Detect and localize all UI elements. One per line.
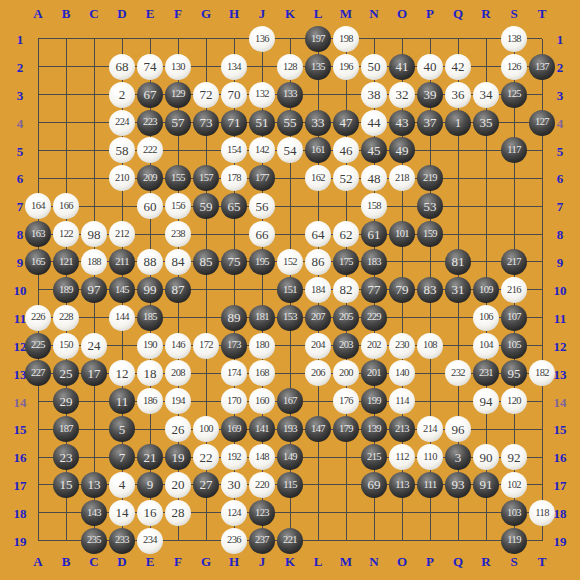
intersection-C12[interactable]: 24: [80, 332, 108, 360]
intersection-H7[interactable]: 65: [220, 192, 248, 220]
intersection-E6[interactable]: 209: [136, 164, 164, 192]
row-label-right-9[interactable]: 9: [557, 256, 564, 269]
intersection-K9[interactable]: 152: [276, 248, 304, 276]
intersection-Q16[interactable]: 3: [444, 443, 472, 471]
intersection-A13[interactable]: 227: [24, 360, 52, 388]
col-label-top-F[interactable]: F: [174, 7, 182, 20]
intersection-N8[interactable]: 61: [360, 220, 388, 248]
intersection-M9[interactable]: 175: [332, 248, 360, 276]
intersection-J6[interactable]: 177: [248, 164, 276, 192]
col-label-top-C[interactable]: C: [89, 7, 98, 20]
intersection-D16[interactable]: 7: [108, 443, 136, 471]
intersection-C1[interactable]: [80, 25, 108, 53]
intersection-J4[interactable]: 51: [248, 109, 276, 137]
intersection-S9[interactable]: 217: [500, 248, 528, 276]
intersection-B1[interactable]: [52, 25, 80, 53]
intersection-B15[interactable]: 187: [52, 415, 80, 443]
intersection-S4[interactable]: [500, 109, 528, 137]
intersection-O10[interactable]: 79: [388, 276, 416, 304]
intersection-L13[interactable]: 206: [304, 360, 332, 388]
intersection-N5[interactable]: 45: [360, 137, 388, 165]
intersection-J12[interactable]: 180: [248, 332, 276, 360]
intersection-J8[interactable]: 66: [248, 220, 276, 248]
intersection-N15[interactable]: 139: [360, 415, 388, 443]
intersection-L18[interactable]: [304, 499, 332, 527]
intersection-K5[interactable]: 54: [276, 137, 304, 165]
intersection-T18[interactable]: 118: [528, 499, 556, 527]
intersection-F8[interactable]: 238: [164, 220, 192, 248]
intersection-E15[interactable]: [136, 415, 164, 443]
intersection-M16[interactable]: [332, 443, 360, 471]
row-label-left-18[interactable]: 18: [14, 507, 27, 520]
intersection-O14[interactable]: 114: [388, 387, 416, 415]
intersection-N13[interactable]: 201: [360, 360, 388, 388]
intersection-Q13[interactable]: 232: [444, 360, 472, 388]
intersection-P4[interactable]: 37: [416, 109, 444, 137]
intersection-H2[interactable]: 134: [220, 53, 248, 81]
intersection-S15[interactable]: [500, 415, 528, 443]
intersection-Q18[interactable]: [444, 499, 472, 527]
row-label-right-12[interactable]: 12: [554, 339, 567, 352]
intersection-K12[interactable]: [276, 332, 304, 360]
intersection-T5[interactable]: [528, 137, 556, 165]
intersection-D5[interactable]: 58: [108, 137, 136, 165]
intersection-L2[interactable]: 135: [304, 53, 332, 81]
intersection-J3[interactable]: 132: [248, 81, 276, 109]
intersection-O16[interactable]: 112: [388, 443, 416, 471]
intersection-N4[interactable]: 44: [360, 109, 388, 137]
intersection-L6[interactable]: 162: [304, 164, 332, 192]
intersection-D3[interactable]: 2: [108, 81, 136, 109]
intersection-A17[interactable]: [24, 471, 52, 499]
row-label-right-15[interactable]: 15: [554, 423, 567, 436]
intersection-S5[interactable]: 117: [500, 137, 528, 165]
intersection-F6[interactable]: 155: [164, 164, 192, 192]
intersection-A1[interactable]: [24, 25, 52, 53]
intersection-L5[interactable]: 161: [304, 137, 332, 165]
row-label-left-16[interactable]: 16: [14, 451, 27, 464]
intersection-G11[interactable]: [192, 304, 220, 332]
intersection-S2[interactable]: 126: [500, 53, 528, 81]
col-label-bottom-T[interactable]: T: [538, 555, 547, 568]
intersection-C17[interactable]: 13: [80, 471, 108, 499]
intersection-A12[interactable]: 225: [24, 332, 52, 360]
intersection-K15[interactable]: 193: [276, 415, 304, 443]
intersection-C3[interactable]: [80, 81, 108, 109]
intersection-A6[interactable]: [24, 164, 52, 192]
intersection-G15[interactable]: 100: [192, 415, 220, 443]
intersection-F9[interactable]: 84: [164, 248, 192, 276]
intersection-R13[interactable]: 231: [472, 360, 500, 388]
intersection-E17[interactable]: 9: [136, 471, 164, 499]
intersection-R8[interactable]: [472, 220, 500, 248]
intersection-D8[interactable]: 212: [108, 220, 136, 248]
intersection-F15[interactable]: 26: [164, 415, 192, 443]
row-label-right-7[interactable]: 7: [557, 200, 564, 213]
intersection-D14[interactable]: 11: [108, 387, 136, 415]
col-label-top-B[interactable]: B: [62, 7, 71, 20]
intersection-M4[interactable]: 47: [332, 109, 360, 137]
intersection-H18[interactable]: 124: [220, 499, 248, 527]
intersection-R1[interactable]: [472, 25, 500, 53]
col-label-bottom-E[interactable]: E: [146, 555, 155, 568]
intersection-C2[interactable]: [80, 53, 108, 81]
intersection-F12[interactable]: 146: [164, 332, 192, 360]
intersection-O12[interactable]: 230: [388, 332, 416, 360]
intersection-R16[interactable]: 90: [472, 443, 500, 471]
col-label-top-Q[interactable]: Q: [453, 7, 463, 20]
intersection-D13[interactable]: 12: [108, 360, 136, 388]
intersection-A4[interactable]: [24, 109, 52, 137]
intersection-H13[interactable]: 174: [220, 360, 248, 388]
intersection-N17[interactable]: 69: [360, 471, 388, 499]
intersection-M10[interactable]: 82: [332, 276, 360, 304]
intersection-D12[interactable]: [108, 332, 136, 360]
intersection-H19[interactable]: 236: [220, 527, 248, 555]
row-label-right-2[interactable]: 2: [557, 60, 564, 73]
intersection-D7[interactable]: [108, 192, 136, 220]
intersection-O13[interactable]: 140: [388, 360, 416, 388]
intersection-T19[interactable]: [528, 527, 556, 555]
intersection-M1[interactable]: 198: [332, 25, 360, 53]
intersection-Q3[interactable]: 36: [444, 81, 472, 109]
intersection-P18[interactable]: [416, 499, 444, 527]
intersection-M12[interactable]: 203: [332, 332, 360, 360]
intersection-M6[interactable]: 52: [332, 164, 360, 192]
intersection-D9[interactable]: 211: [108, 248, 136, 276]
intersection-R17[interactable]: 91: [472, 471, 500, 499]
intersection-M13[interactable]: 200: [332, 360, 360, 388]
intersection-P2[interactable]: 40: [416, 53, 444, 81]
intersection-F11[interactable]: [164, 304, 192, 332]
intersection-L4[interactable]: 33: [304, 109, 332, 137]
row-label-right-4[interactable]: 4: [557, 116, 564, 129]
intersection-P6[interactable]: 219: [416, 164, 444, 192]
intersection-K13[interactable]: [276, 360, 304, 388]
intersection-R2[interactable]: [472, 53, 500, 81]
intersection-P16[interactable]: 110: [416, 443, 444, 471]
intersection-E3[interactable]: 67: [136, 81, 164, 109]
intersection-K3[interactable]: 133: [276, 81, 304, 109]
intersection-J7[interactable]: 56: [248, 192, 276, 220]
intersection-Q1[interactable]: [444, 25, 472, 53]
col-label-top-O[interactable]: O: [397, 7, 407, 20]
intersection-Q12[interactable]: [444, 332, 472, 360]
intersection-K10[interactable]: 151: [276, 276, 304, 304]
intersection-G19[interactable]: [192, 527, 220, 555]
intersection-B7[interactable]: 166: [52, 192, 80, 220]
intersection-B6[interactable]: [52, 164, 80, 192]
intersection-D18[interactable]: 14: [108, 499, 136, 527]
intersection-H16[interactable]: 192: [220, 443, 248, 471]
row-label-right-3[interactable]: 3: [557, 88, 564, 101]
intersection-G5[interactable]: [192, 137, 220, 165]
intersection-N18[interactable]: [360, 499, 388, 527]
intersection-L16[interactable]: [304, 443, 332, 471]
intersection-N16[interactable]: 215: [360, 443, 388, 471]
intersection-D15[interactable]: 5: [108, 415, 136, 443]
row-label-right-8[interactable]: 8: [557, 228, 564, 241]
row-label-left-17[interactable]: 17: [14, 479, 27, 492]
intersection-Q4[interactable]: 1: [444, 109, 472, 137]
intersection-E7[interactable]: 60: [136, 192, 164, 220]
intersection-R18[interactable]: [472, 499, 500, 527]
intersection-J2[interactable]: [248, 53, 276, 81]
intersection-H15[interactable]: 169: [220, 415, 248, 443]
col-label-top-M[interactable]: M: [340, 7, 352, 20]
intersection-N12[interactable]: 202: [360, 332, 388, 360]
intersection-E2[interactable]: 74: [136, 53, 164, 81]
intersection-B9[interactable]: 121: [52, 248, 80, 276]
intersection-E14[interactable]: 186: [136, 387, 164, 415]
intersection-G3[interactable]: 72: [192, 81, 220, 109]
intersection-A10[interactable]: [24, 276, 52, 304]
intersection-G9[interactable]: 85: [192, 248, 220, 276]
col-label-bottom-H[interactable]: H: [229, 555, 239, 568]
intersection-R5[interactable]: [472, 137, 500, 165]
intersection-A9[interactable]: 165: [24, 248, 52, 276]
intersection-S11[interactable]: 107: [500, 304, 528, 332]
col-label-bottom-C[interactable]: C: [89, 555, 98, 568]
intersection-L19[interactable]: [304, 527, 332, 555]
row-label-left-19[interactable]: 19: [14, 535, 27, 548]
row-label-left-15[interactable]: 15: [14, 423, 27, 436]
intersection-E13[interactable]: 18: [136, 360, 164, 388]
intersection-N19[interactable]: [360, 527, 388, 555]
intersection-B5[interactable]: [52, 137, 80, 165]
col-label-bottom-G[interactable]: G: [201, 555, 211, 568]
intersection-P14[interactable]: [416, 387, 444, 415]
row-label-right-5[interactable]: 5: [557, 144, 564, 157]
col-label-bottom-P[interactable]: P: [426, 555, 434, 568]
row-label-left-9[interactable]: 9: [17, 256, 24, 269]
intersection-A3[interactable]: [24, 81, 52, 109]
col-label-bottom-S[interactable]: S: [510, 555, 517, 568]
intersection-B10[interactable]: 189: [52, 276, 80, 304]
intersection-H8[interactable]: [220, 220, 248, 248]
intersection-D6[interactable]: 210: [108, 164, 136, 192]
intersection-S6[interactable]: [500, 164, 528, 192]
intersection-T4[interactable]: 127: [528, 109, 556, 137]
intersection-H4[interactable]: 71: [220, 109, 248, 137]
intersection-D19[interactable]: 233: [108, 527, 136, 555]
intersection-J10[interactable]: [248, 276, 276, 304]
intersection-M18[interactable]: [332, 499, 360, 527]
intersection-T6[interactable]: [528, 164, 556, 192]
intersection-K14[interactable]: 167: [276, 387, 304, 415]
col-label-bottom-K[interactable]: K: [285, 555, 295, 568]
intersection-A19[interactable]: [24, 527, 52, 555]
intersection-P13[interactable]: [416, 360, 444, 388]
intersection-L3[interactable]: [304, 81, 332, 109]
intersection-O7[interactable]: [388, 192, 416, 220]
intersection-R15[interactable]: [472, 415, 500, 443]
intersection-K17[interactable]: 115: [276, 471, 304, 499]
intersection-Q9[interactable]: 81: [444, 248, 472, 276]
intersection-F17[interactable]: 20: [164, 471, 192, 499]
intersection-L1[interactable]: 197: [304, 25, 332, 53]
intersection-B2[interactable]: [52, 53, 80, 81]
row-label-left-14[interactable]: 14: [14, 395, 27, 408]
intersection-L10[interactable]: 184: [304, 276, 332, 304]
intersection-D4[interactable]: 224: [108, 109, 136, 137]
intersection-T2[interactable]: 137: [528, 53, 556, 81]
intersection-G1[interactable]: [192, 25, 220, 53]
intersection-E1[interactable]: [136, 25, 164, 53]
row-label-left-5[interactable]: 5: [17, 144, 24, 157]
intersection-N3[interactable]: 38: [360, 81, 388, 109]
intersection-S13[interactable]: 95: [500, 360, 528, 388]
intersection-P11[interactable]: [416, 304, 444, 332]
intersection-B8[interactable]: 122: [52, 220, 80, 248]
row-label-right-16[interactable]: 16: [554, 451, 567, 464]
intersection-L17[interactable]: [304, 471, 332, 499]
intersection-N14[interactable]: 199: [360, 387, 388, 415]
intersection-K7[interactable]: [276, 192, 304, 220]
intersection-B11[interactable]: 228: [52, 304, 80, 332]
intersection-D2[interactable]: 68: [108, 53, 136, 81]
intersection-T10[interactable]: [528, 276, 556, 304]
col-label-bottom-B[interactable]: B: [62, 555, 71, 568]
intersection-C5[interactable]: [80, 137, 108, 165]
row-label-right-10[interactable]: 10: [554, 284, 567, 297]
row-label-left-10[interactable]: 10: [14, 284, 27, 297]
intersection-G17[interactable]: 27: [192, 471, 220, 499]
intersection-E4[interactable]: 223: [136, 109, 164, 137]
intersection-C10[interactable]: 97: [80, 276, 108, 304]
row-label-left-7[interactable]: 7: [17, 200, 24, 213]
intersection-G18[interactable]: [192, 499, 220, 527]
intersection-Q15[interactable]: 96: [444, 415, 472, 443]
intersection-O9[interactable]: [388, 248, 416, 276]
intersection-C15[interactable]: [80, 415, 108, 443]
intersection-P15[interactable]: 214: [416, 415, 444, 443]
intersection-N1[interactable]: [360, 25, 388, 53]
intersection-F19[interactable]: [164, 527, 192, 555]
row-label-left-6[interactable]: 6: [17, 172, 24, 185]
intersection-C14[interactable]: [80, 387, 108, 415]
col-label-top-J[interactable]: J: [259, 7, 266, 20]
intersection-C16[interactable]: [80, 443, 108, 471]
intersection-O15[interactable]: 213: [388, 415, 416, 443]
intersection-J13[interactable]: 168: [248, 360, 276, 388]
intersection-A5[interactable]: [24, 137, 52, 165]
row-label-right-14[interactable]: 14: [554, 395, 567, 408]
intersection-E18[interactable]: 16: [136, 499, 164, 527]
intersection-H1[interactable]: [220, 25, 248, 53]
intersection-F14[interactable]: 194: [164, 387, 192, 415]
col-label-top-D[interactable]: D: [117, 7, 126, 20]
intersection-P12[interactable]: 108: [416, 332, 444, 360]
intersection-S10[interactable]: 216: [500, 276, 528, 304]
row-label-right-19[interactable]: 19: [554, 535, 567, 548]
intersection-C7[interactable]: [80, 192, 108, 220]
intersection-K2[interactable]: 128: [276, 53, 304, 81]
intersection-K1[interactable]: [276, 25, 304, 53]
intersection-R6[interactable]: [472, 164, 500, 192]
intersection-R12[interactable]: 104: [472, 332, 500, 360]
intersection-E12[interactable]: 190: [136, 332, 164, 360]
row-label-left-3[interactable]: 3: [17, 88, 24, 101]
intersection-F3[interactable]: 129: [164, 81, 192, 109]
col-label-top-S[interactable]: S: [510, 7, 517, 20]
intersection-O19[interactable]: [388, 527, 416, 555]
intersection-M15[interactable]: 179: [332, 415, 360, 443]
intersection-T1[interactable]: [528, 25, 556, 53]
intersection-B18[interactable]: [52, 499, 80, 527]
intersection-O5[interactable]: 49: [388, 137, 416, 165]
row-label-right-18[interactable]: 18: [554, 507, 567, 520]
intersection-M14[interactable]: 176: [332, 387, 360, 415]
intersection-Q2[interactable]: 42: [444, 53, 472, 81]
intersection-B17[interactable]: 15: [52, 471, 80, 499]
col-label-bottom-A[interactable]: A: [33, 555, 42, 568]
intersection-P9[interactable]: [416, 248, 444, 276]
intersection-C19[interactable]: 235: [80, 527, 108, 555]
intersection-B3[interactable]: [52, 81, 80, 109]
intersection-Q7[interactable]: [444, 192, 472, 220]
intersection-E19[interactable]: 234: [136, 527, 164, 555]
intersection-K4[interactable]: 55: [276, 109, 304, 137]
intersection-A2[interactable]: [24, 53, 52, 81]
intersection-T12[interactable]: [528, 332, 556, 360]
intersection-F13[interactable]: 208: [164, 360, 192, 388]
intersection-M17[interactable]: [332, 471, 360, 499]
row-label-left-4[interactable]: 4: [17, 116, 24, 129]
intersection-J1[interactable]: 136: [248, 25, 276, 53]
intersection-O18[interactable]: [388, 499, 416, 527]
intersection-S7[interactable]: [500, 192, 528, 220]
col-label-bottom-Q[interactable]: Q: [453, 555, 463, 568]
col-label-top-H[interactable]: H: [229, 7, 239, 20]
intersection-N11[interactable]: 229: [360, 304, 388, 332]
intersection-L14[interactable]: [304, 387, 332, 415]
row-label-left-8[interactable]: 8: [17, 228, 24, 241]
intersection-O8[interactable]: 101: [388, 220, 416, 248]
intersection-F7[interactable]: 156: [164, 192, 192, 220]
intersection-S14[interactable]: 120: [500, 387, 528, 415]
intersection-T13[interactable]: 182: [528, 360, 556, 388]
intersection-J14[interactable]: 160: [248, 387, 276, 415]
col-label-bottom-N[interactable]: N: [369, 555, 378, 568]
intersection-K18[interactable]: [276, 499, 304, 527]
intersection-L7[interactable]: [304, 192, 332, 220]
intersection-N6[interactable]: 48: [360, 164, 388, 192]
intersection-R11[interactable]: 106: [472, 304, 500, 332]
intersection-S19[interactable]: 119: [500, 527, 528, 555]
intersection-M5[interactable]: 46: [332, 137, 360, 165]
intersection-H9[interactable]: 75: [220, 248, 248, 276]
intersection-H14[interactable]: 170: [220, 387, 248, 415]
intersection-L12[interactable]: 204: [304, 332, 332, 360]
intersection-C4[interactable]: [80, 109, 108, 137]
intersection-G13[interactable]: [192, 360, 220, 388]
intersection-F1[interactable]: [164, 25, 192, 53]
intersection-C6[interactable]: [80, 164, 108, 192]
intersection-J15[interactable]: 141: [248, 415, 276, 443]
intersection-O17[interactable]: 113: [388, 471, 416, 499]
intersection-H6[interactable]: 178: [220, 164, 248, 192]
intersection-B16[interactable]: 23: [52, 443, 80, 471]
col-label-top-G[interactable]: G: [201, 7, 211, 20]
intersection-M19[interactable]: [332, 527, 360, 555]
intersection-K8[interactable]: [276, 220, 304, 248]
intersection-M3[interactable]: [332, 81, 360, 109]
col-label-bottom-F[interactable]: F: [174, 555, 182, 568]
intersection-H12[interactable]: 173: [220, 332, 248, 360]
intersection-G2[interactable]: [192, 53, 220, 81]
intersection-T7[interactable]: [528, 192, 556, 220]
